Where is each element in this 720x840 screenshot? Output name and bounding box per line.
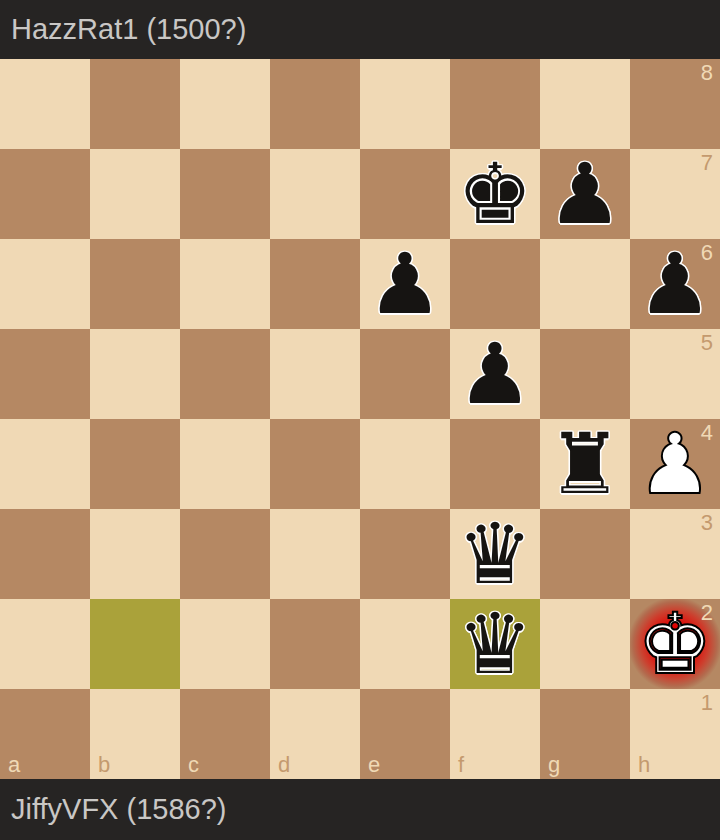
- bottom-player-bar: JiffyVFX (1586?): [0, 779, 720, 840]
- square-b2[interactable]: [90, 599, 180, 689]
- bottom-player-name: JiffyVFX (1586?): [11, 793, 226, 826]
- square-a3[interactable]: [0, 509, 90, 599]
- square-c7[interactable]: [180, 149, 270, 239]
- square-b5[interactable]: [90, 329, 180, 419]
- square-f1[interactable]: f: [450, 689, 540, 779]
- square-c6[interactable]: [180, 239, 270, 329]
- square-e7[interactable]: [360, 149, 450, 239]
- coord-file-c: c: [188, 754, 199, 776]
- black-pawn[interactable]: ♟: [360, 239, 450, 329]
- black-pawn[interactable]: ♟: [540, 149, 630, 239]
- square-c5[interactable]: [180, 329, 270, 419]
- square-a1[interactable]: a: [0, 689, 90, 779]
- square-b7[interactable]: [90, 149, 180, 239]
- square-e8[interactable]: [360, 59, 450, 149]
- square-f5[interactable]: ♟: [450, 329, 540, 419]
- black-king[interactable]: ♚: [450, 149, 540, 239]
- square-f7[interactable]: ♚: [450, 149, 540, 239]
- coord-rank-6: 6: [701, 242, 713, 264]
- top-player-bar: HazzRat1 (1500?): [0, 0, 720, 59]
- square-e5[interactable]: [360, 329, 450, 419]
- square-d5[interactable]: [270, 329, 360, 419]
- square-d6[interactable]: [270, 239, 360, 329]
- square-e1[interactable]: e: [360, 689, 450, 779]
- square-a6[interactable]: [0, 239, 90, 329]
- square-c4[interactable]: [180, 419, 270, 509]
- square-h1[interactable]: 1h: [630, 689, 720, 779]
- black-queen[interactable]: ♛: [450, 599, 540, 689]
- square-c8[interactable]: [180, 59, 270, 149]
- square-e4[interactable]: [360, 419, 450, 509]
- square-b1[interactable]: b: [90, 689, 180, 779]
- square-h2[interactable]: ♚2: [630, 599, 720, 689]
- square-g7[interactable]: ♟: [540, 149, 630, 239]
- square-b3[interactable]: [90, 509, 180, 599]
- square-d2[interactable]: [270, 599, 360, 689]
- square-a2[interactable]: [0, 599, 90, 689]
- square-e6[interactable]: ♟: [360, 239, 450, 329]
- coord-rank-8: 8: [701, 62, 713, 84]
- square-a4[interactable]: [0, 419, 90, 509]
- square-d1[interactable]: d: [270, 689, 360, 779]
- coord-rank-4: 4: [701, 422, 713, 444]
- square-a8[interactable]: [0, 59, 90, 149]
- square-e2[interactable]: [360, 599, 450, 689]
- coord-rank-1: 1: [701, 692, 713, 714]
- coord-file-g: g: [548, 754, 560, 776]
- square-h4[interactable]: ♟4: [630, 419, 720, 509]
- square-d3[interactable]: [270, 509, 360, 599]
- black-queen[interactable]: ♛: [450, 509, 540, 599]
- square-b4[interactable]: [90, 419, 180, 509]
- coord-file-a: a: [8, 754, 20, 776]
- coord-rank-7: 7: [701, 152, 713, 174]
- square-h7[interactable]: 7: [630, 149, 720, 239]
- square-g2[interactable]: [540, 599, 630, 689]
- square-g1[interactable]: g: [540, 689, 630, 779]
- coord-file-e: e: [368, 754, 380, 776]
- square-b8[interactable]: [90, 59, 180, 149]
- chess-board: 8♚♟7♟♟6♟5♜♟4♛3♛♚2abcdefg1h: [0, 59, 720, 779]
- coord-file-h: h: [638, 754, 650, 776]
- black-rook[interactable]: ♜: [540, 419, 630, 509]
- square-f2[interactable]: ♛: [450, 599, 540, 689]
- top-player-name: HazzRat1 (1500?): [11, 13, 246, 46]
- coord-file-b: b: [98, 754, 110, 776]
- coord-file-d: d: [278, 754, 290, 776]
- coord-rank-5: 5: [701, 332, 713, 354]
- coord-rank-3: 3: [701, 512, 713, 534]
- square-h6[interactable]: ♟6: [630, 239, 720, 329]
- square-g4[interactable]: ♜: [540, 419, 630, 509]
- black-pawn[interactable]: ♟: [450, 329, 540, 419]
- square-f4[interactable]: [450, 419, 540, 509]
- square-c3[interactable]: [180, 509, 270, 599]
- square-c1[interactable]: c: [180, 689, 270, 779]
- square-g6[interactable]: [540, 239, 630, 329]
- square-g3[interactable]: [540, 509, 630, 599]
- square-d8[interactable]: [270, 59, 360, 149]
- square-d7[interactable]: [270, 149, 360, 239]
- square-h8[interactable]: 8: [630, 59, 720, 149]
- square-d4[interactable]: [270, 419, 360, 509]
- coord-file-f: f: [458, 754, 464, 776]
- square-g8[interactable]: [540, 59, 630, 149]
- square-a5[interactable]: [0, 329, 90, 419]
- square-f3[interactable]: ♛: [450, 509, 540, 599]
- square-f8[interactable]: [450, 59, 540, 149]
- coord-rank-2: 2: [701, 602, 713, 624]
- square-c2[interactable]: [180, 599, 270, 689]
- square-h5[interactable]: 5: [630, 329, 720, 419]
- square-f6[interactable]: [450, 239, 540, 329]
- square-g5[interactable]: [540, 329, 630, 419]
- square-h3[interactable]: 3: [630, 509, 720, 599]
- square-e3[interactable]: [360, 509, 450, 599]
- square-a7[interactable]: [0, 149, 90, 239]
- square-b6[interactable]: [90, 239, 180, 329]
